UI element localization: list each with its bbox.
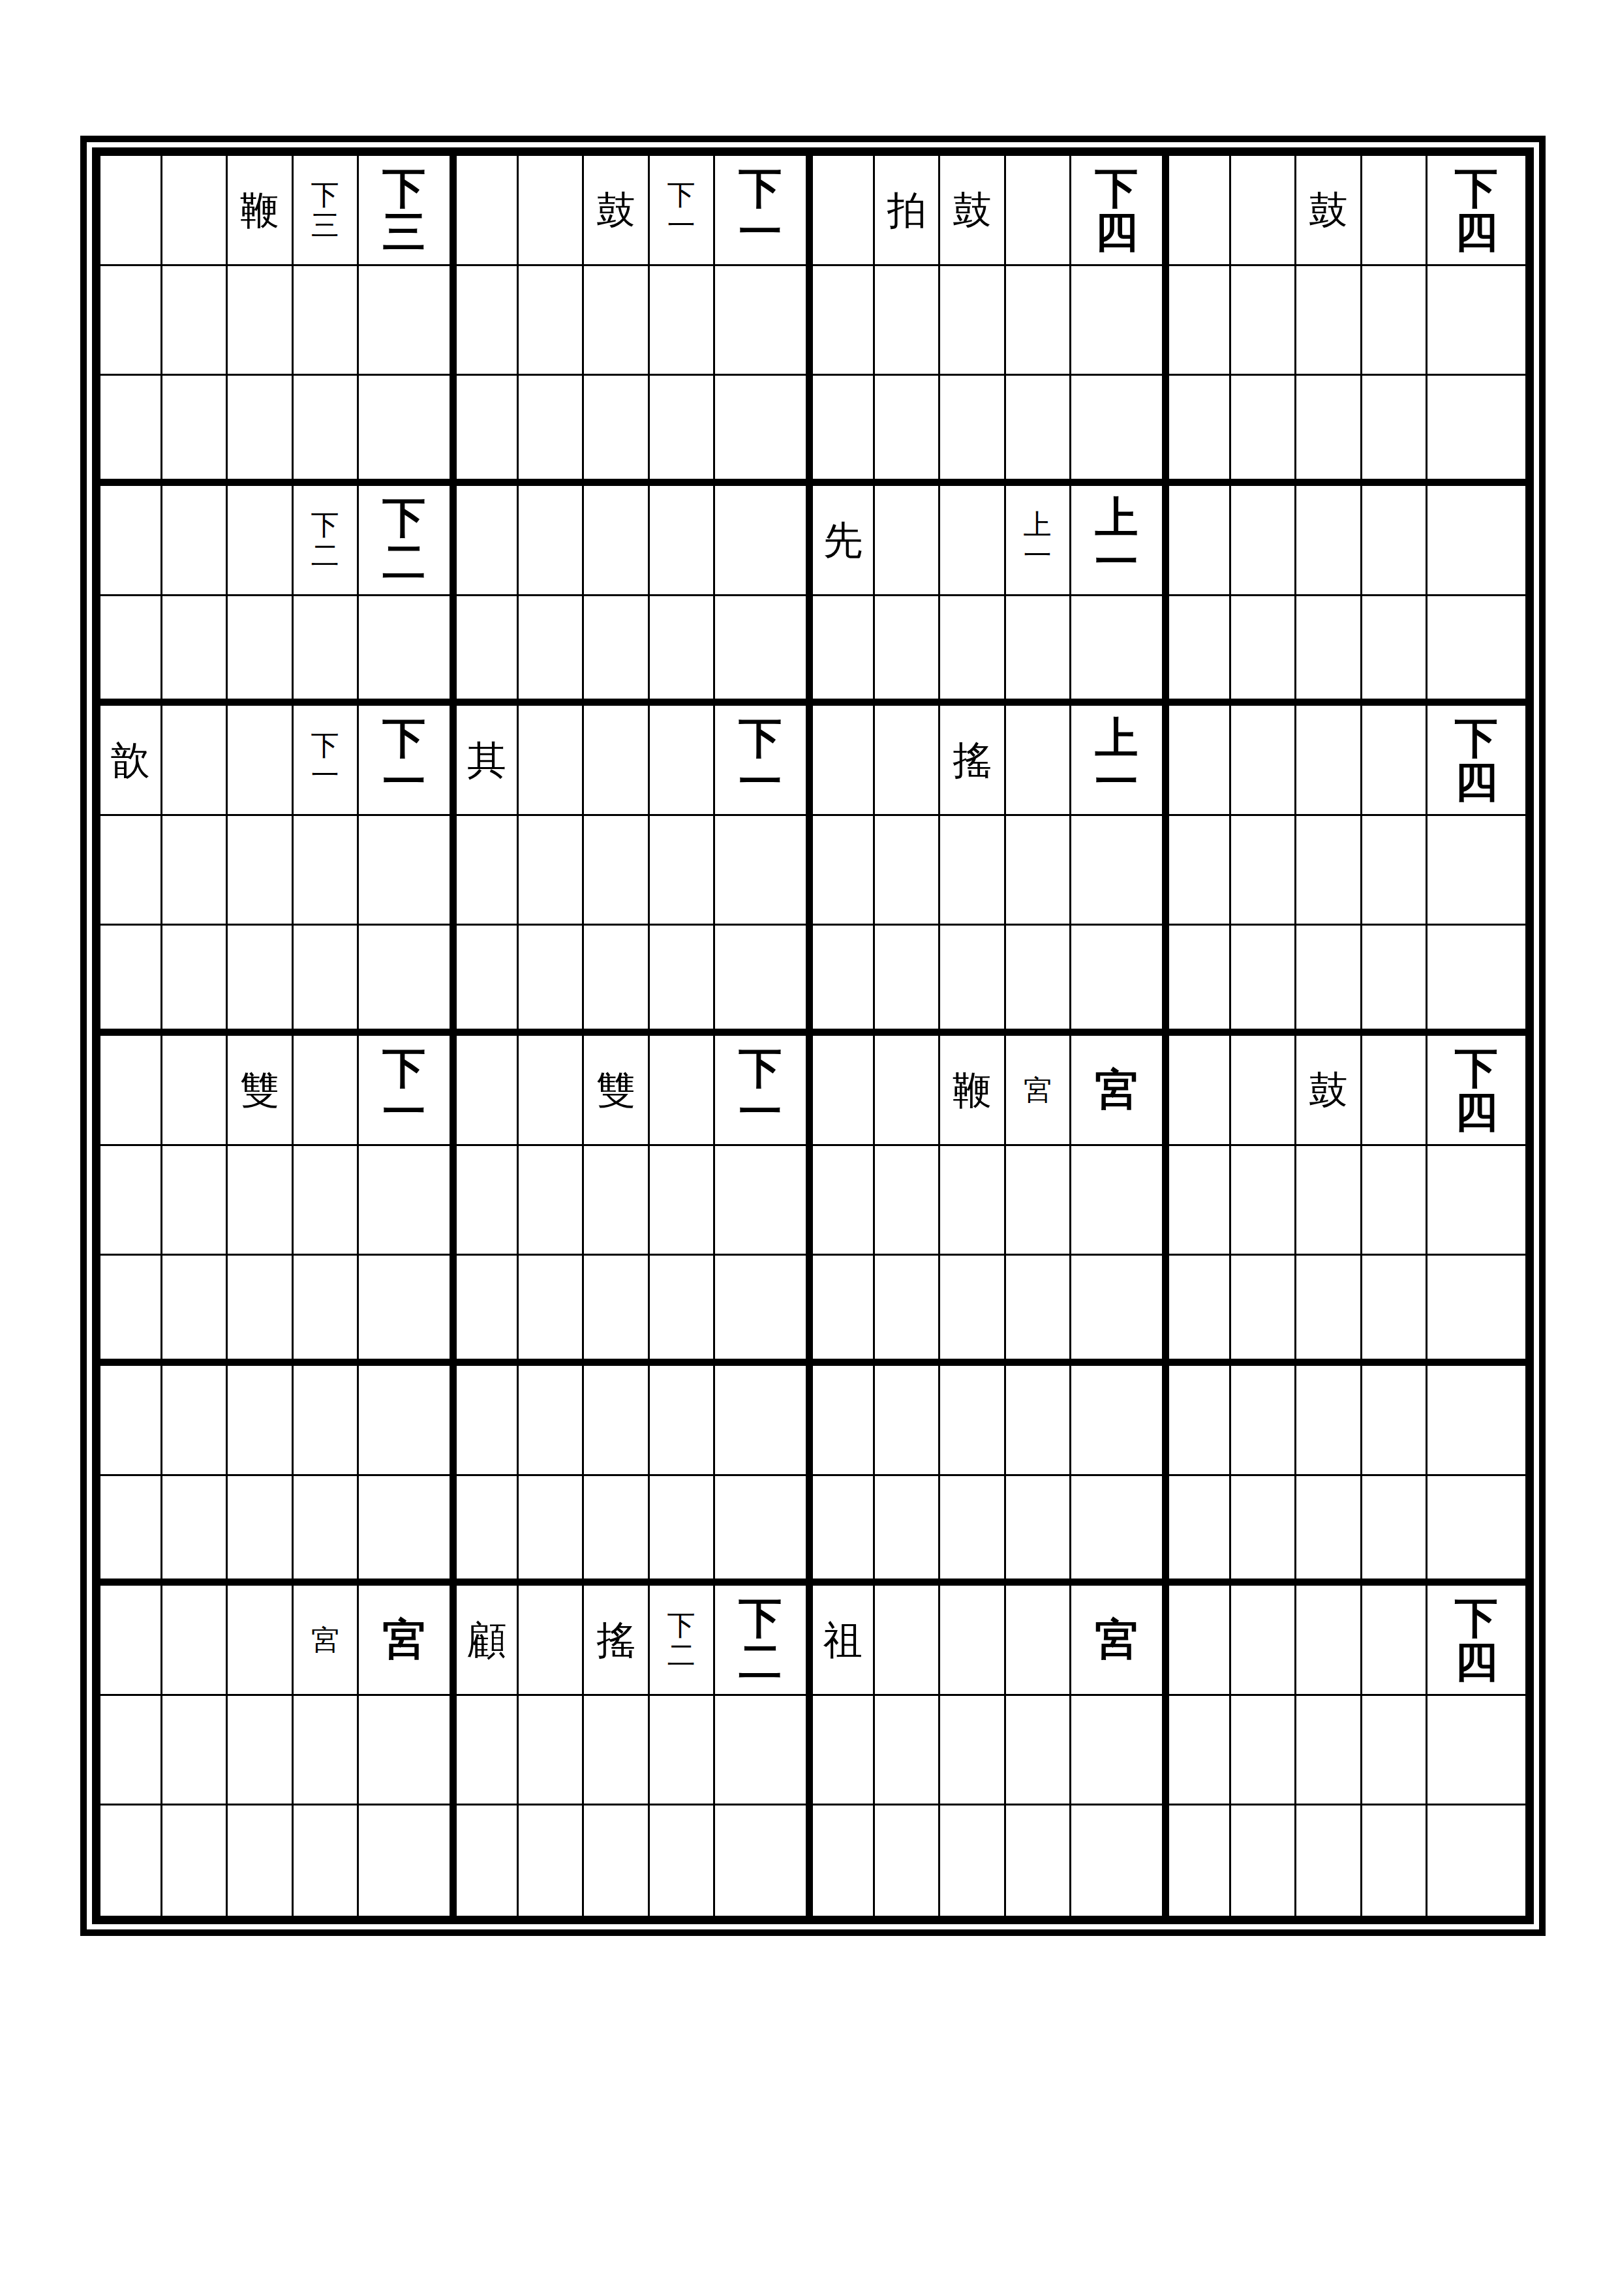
lyric-glyph: 雙: [596, 1070, 635, 1110]
jeonggan-cell: [1231, 486, 1296, 596]
jeonggan-cell: [1071, 596, 1169, 706]
jeonggan-cell: [584, 1696, 649, 1806]
jeonggan-cell: [650, 1696, 715, 1806]
jeonggan-cell: 下一: [359, 1036, 457, 1146]
score-character: 雙: [596, 1070, 635, 1110]
jeonggan-cell: [162, 1366, 228, 1476]
jeonggan-cell: [650, 596, 715, 706]
jeonggan-cell: [1231, 706, 1296, 816]
jeonggan-cell: [294, 1476, 359, 1586]
jeonggan-cell: [1362, 926, 1427, 1036]
jeonggan-cell: [940, 1586, 1005, 1696]
jeonggan-cell: [519, 266, 584, 376]
jeonggan-cell: 下一: [294, 706, 359, 816]
jeonggan-cell: 宮: [359, 1586, 457, 1696]
jeonggan-cell: [228, 1256, 293, 1366]
lyric-glyph: 其: [467, 740, 506, 779]
jeonggan-cell: [162, 1256, 228, 1366]
main-pitch-glyph: 下一: [382, 716, 425, 804]
jeonggan-cell: [457, 486, 519, 596]
jeonggan-cell: [813, 266, 875, 376]
jeonggan-cell: 下四: [1071, 156, 1169, 266]
jeonggan-cell: [457, 1696, 519, 1806]
jeonggan-cell: [1427, 1366, 1525, 1476]
score-character: 一: [311, 760, 339, 790]
jeonggan-cell: [1169, 1256, 1231, 1366]
score-character: 下: [1455, 1046, 1498, 1090]
jeonggan-cell: [1231, 1366, 1296, 1476]
score-character: 下: [1095, 166, 1138, 210]
score-character: 一: [739, 760, 782, 804]
lyric-glyph: 鼓: [953, 190, 992, 230]
jeonggan-cell: [359, 926, 457, 1036]
jeonggan-cell: 鞭: [228, 156, 293, 266]
score-character: 搖: [596, 1620, 635, 1659]
jeonggan-cell: [1006, 1586, 1071, 1696]
jeonggan-cell: [1362, 1805, 1427, 1916]
jeonggan-cell: [1362, 1366, 1427, 1476]
jeonggan-cell: [100, 926, 162, 1036]
jeonggan-cell: [1427, 1256, 1525, 1366]
jeonggan-cell: [294, 1146, 359, 1256]
jeonggan-cell: 祖: [813, 1586, 875, 1696]
jeonggan-cell: 下一: [715, 1036, 813, 1146]
lyric-glyph: 雙: [240, 1070, 279, 1110]
jeonggan-cell: [940, 596, 1005, 706]
main-pitch-glyph: 下一: [382, 1046, 425, 1134]
jeonggan-cell: [1071, 1256, 1169, 1366]
jeonggan-cell: [584, 376, 649, 486]
score-character: 下: [739, 166, 782, 210]
score-character: 下: [1455, 716, 1498, 760]
jeonggan-cell: [1231, 1805, 1296, 1916]
jeonggan-cell: [650, 1256, 715, 1366]
jeonggan-cell: [294, 926, 359, 1036]
jeonggan-cell: [457, 816, 519, 926]
jeonggan-cell: [1231, 1696, 1296, 1806]
jeonggan-cell: [457, 156, 519, 266]
jeonggan-cell: [875, 1696, 940, 1806]
jeonggan-cell: [1071, 1366, 1169, 1476]
jeonggan-cell: [584, 596, 649, 706]
jeonggan-cell: [1427, 266, 1525, 376]
jeonggan-cell: [1006, 926, 1071, 1036]
jeonggan-cell: [294, 1036, 359, 1146]
small-pitch-glyph: 宮: [311, 1625, 339, 1655]
lyric-glyph: 鼓: [1309, 190, 1348, 230]
jeonggan-cell: [1362, 376, 1427, 486]
score-character: 祖: [823, 1620, 862, 1659]
jeonggan-cell: 下一: [650, 156, 715, 266]
jeonggan-cell: [875, 1036, 940, 1146]
score-character: 歆: [111, 740, 150, 779]
jeonggan-cell: [650, 376, 715, 486]
score-character: 上: [1095, 716, 1138, 760]
jeonggan-cell: [359, 266, 457, 376]
jeonggan-cell: [228, 1696, 293, 1806]
jeonggan-cell: [650, 1036, 715, 1146]
jeonggan-cell: [1071, 1805, 1169, 1916]
jeonggan-cell: [715, 1696, 813, 1806]
jeonggan-cell: 宮: [1071, 1036, 1169, 1146]
lyric-glyph: 鼓: [596, 190, 635, 230]
jeonggan-cell: 歆: [100, 706, 162, 816]
jeonggan-cell: [100, 1366, 162, 1476]
jeonggan-cell: [813, 596, 875, 706]
jeonggan-cell: 鼓: [1296, 1036, 1362, 1146]
jeonggan-cell: [584, 1366, 649, 1476]
score-character: 拍: [887, 190, 926, 230]
jeonggan-cell: [519, 376, 584, 486]
jeonggan-cell: [1231, 1476, 1296, 1586]
jeonggan-cell: [1231, 926, 1296, 1036]
jeonggan-cell: [1362, 1036, 1427, 1146]
jeonggan-cell: [584, 1256, 649, 1366]
jeonggan-cell: 其: [457, 706, 519, 816]
score-character: 一: [667, 210, 695, 240]
jeonggan-cell: [813, 156, 875, 266]
main-pitch-glyph: 上一: [1095, 496, 1138, 584]
jeonggan-cell: [875, 1256, 940, 1366]
jeonggan-cell: [1362, 1586, 1427, 1696]
lyric-glyph: 搖: [596, 1620, 635, 1659]
jeonggan-cell: [519, 1476, 584, 1586]
lyric-glyph: 顧: [467, 1620, 506, 1659]
jeonggan-cell: [813, 1146, 875, 1256]
jeonggan-cell: [1231, 1256, 1296, 1366]
jeonggan-cell: [100, 156, 162, 266]
jeonggan-cell: [875, 1366, 940, 1476]
jeonggan-cell: [1006, 266, 1071, 376]
small-pitch-glyph: 宮: [1024, 1075, 1052, 1105]
score-character: 上: [1024, 509, 1052, 539]
main-pitch-glyph: 下四: [1455, 1046, 1498, 1134]
jeonggan-cell: [1169, 596, 1231, 706]
jeonggan-cell: 下三: [359, 156, 457, 266]
jeonggan-cell: [650, 706, 715, 816]
jeonggan-cell: [875, 1146, 940, 1256]
jeonggan-cell: [715, 266, 813, 376]
main-pitch-glyph: 下四: [1455, 1596, 1498, 1684]
score-character: 宮: [1095, 1068, 1138, 1111]
jeonggan-cell: [1362, 706, 1427, 816]
main-pitch-glyph: 下四: [1455, 716, 1498, 804]
jeonggan-cell: [519, 926, 584, 1036]
jeonggan-cell: [294, 1696, 359, 1806]
jeonggan-cell: 下一: [715, 156, 813, 266]
jeonggan-cell: 下二: [650, 1586, 715, 1696]
jeonggan-cell: [1169, 1476, 1231, 1586]
jeonggan-cell: [650, 926, 715, 1036]
jeonggan-cell: [1362, 156, 1427, 266]
jeonggan-cell: [359, 1146, 457, 1256]
jeonggan-cell: [519, 1805, 584, 1916]
jeonggan-cell: [519, 1366, 584, 1476]
jeonggan-cell: [100, 1805, 162, 1916]
jeonggan-cell: 顧: [457, 1586, 519, 1696]
jeonggan-cell: [162, 816, 228, 926]
jeonggan-cell: 上一: [1071, 706, 1169, 816]
jeonggan-cell: [1296, 1146, 1362, 1256]
jeonggan-cell: [359, 596, 457, 706]
jeonggan-cell: 宮: [1071, 1586, 1169, 1696]
score-character: 一: [1095, 760, 1138, 804]
score-character: 鞭: [240, 190, 279, 230]
small-pitch-glyph: 上一: [1024, 509, 1052, 570]
lyric-glyph: 歆: [111, 740, 150, 779]
main-pitch-glyph: 下二: [382, 496, 425, 584]
jeonggan-cell: [1071, 1146, 1169, 1256]
score-character: 三: [382, 210, 425, 254]
jeonggan-cell: [1169, 706, 1231, 816]
jeonggan-cell: [228, 266, 293, 376]
jeonggan-cell: [584, 1476, 649, 1586]
jeonggan-cell: 鼓: [940, 156, 1005, 266]
score-character: 下: [667, 1610, 695, 1640]
jeonggan-cell: [294, 376, 359, 486]
main-pitch-glyph: 下一: [739, 1046, 782, 1134]
jeonggan-cell: [1296, 1476, 1362, 1586]
jeonggan-cell: [359, 1805, 457, 1916]
jeonggan-cell: [1071, 926, 1169, 1036]
jeonggan-cell: [100, 1036, 162, 1146]
score-character: 下: [1455, 166, 1498, 210]
jeonggan-cell: [650, 1805, 715, 1916]
jeonggan-cell: [940, 376, 1005, 486]
jeonggan-cell: [294, 1256, 359, 1366]
jeonggan-cell: [1427, 1146, 1525, 1256]
jeonggan-cell: [294, 266, 359, 376]
jeonggan-cell: [162, 1696, 228, 1806]
jeonggan-cell: [715, 596, 813, 706]
jeonggan-cell: [1169, 266, 1231, 376]
main-pitch-glyph: 下三: [382, 166, 425, 254]
jeonggan-cell: [875, 1586, 940, 1696]
jeonggan-cell: [359, 816, 457, 926]
jeonggan-cell: [650, 816, 715, 926]
jeonggan-cell: [100, 266, 162, 376]
score-character: 四: [1455, 760, 1498, 804]
jeonggan-cell: [519, 486, 584, 596]
score-character: 鼓: [596, 190, 635, 230]
jeonggan-cell: [1231, 596, 1296, 706]
jeonggan-cell: [715, 486, 813, 596]
small-pitch-glyph: 下三: [311, 179, 339, 240]
jeonggan-cell: [1362, 816, 1427, 926]
jeonggan-cell: [162, 596, 228, 706]
score-character: 四: [1455, 1090, 1498, 1134]
jeonggan-cell: [584, 486, 649, 596]
jeonggan-cell: [875, 1805, 940, 1916]
jeonggan-cell: 下四: [1427, 156, 1525, 266]
jeonggan-cell: [359, 1476, 457, 1586]
score-character: 下: [382, 1046, 425, 1090]
jeonggan-cell: [1231, 816, 1296, 926]
jeonggan-cell: [228, 1366, 293, 1476]
jeonggan-cell: [875, 486, 940, 596]
score-character: 二: [739, 1640, 782, 1684]
jeonggan-cell: [1427, 1476, 1525, 1586]
jeonggan-cell: [228, 1146, 293, 1256]
jeonggan-cell: [228, 706, 293, 816]
jeonggan-cell: [457, 1366, 519, 1476]
jeonggan-cell: [457, 596, 519, 706]
jeonggan-cell: [519, 816, 584, 926]
jeonggan-cell: 雙: [584, 1036, 649, 1146]
jeonggan-cell: [1427, 926, 1525, 1036]
main-pitch-glyph: 下四: [1095, 166, 1138, 254]
jeonggan-cell: 先: [813, 486, 875, 596]
jeonggan-cell: [875, 1476, 940, 1586]
jeonggan-cell: [457, 1476, 519, 1586]
jeonggan-cell: [584, 1146, 649, 1256]
jeonggan-cell: [813, 1476, 875, 1586]
jeonggan-cell: [584, 706, 649, 816]
jeonggan-cell: [162, 266, 228, 376]
jeonggan-cell: [1169, 1696, 1231, 1806]
jeonggan-cell: [1362, 1476, 1427, 1586]
jeonggan-cell: [519, 156, 584, 266]
jeonggan-cell: [457, 926, 519, 1036]
jeonggan-cell: [813, 1366, 875, 1476]
jeonggan-cell: [1169, 816, 1231, 926]
jeonggan-cell: [100, 376, 162, 486]
jeonggan-cell: [100, 1586, 162, 1696]
jeonggan-cell: [1427, 486, 1525, 596]
jeonggan-cell: 搖: [584, 1586, 649, 1696]
jeonggan-cell: [359, 1256, 457, 1366]
jeonggan-cell: [1427, 596, 1525, 706]
score-character: 一: [739, 1090, 782, 1134]
score-character: 上: [1095, 496, 1138, 539]
jeonggan-cell: [359, 376, 457, 486]
jeonggan-cell: [1169, 1586, 1231, 1696]
jeonggan-cell: [1006, 596, 1071, 706]
jeonggan-cell: 下三: [294, 156, 359, 266]
jeonggan-cell: [100, 1696, 162, 1806]
jeonggan-cell: [875, 266, 940, 376]
jeonggan-cell: [1169, 926, 1231, 1036]
score-character: 其: [467, 740, 506, 779]
jeonggan-cell: 拍: [875, 156, 940, 266]
jeonggan-cell: 搖: [940, 706, 1005, 816]
jeonggan-cell: [715, 1476, 813, 1586]
jeonggan-cell: [875, 926, 940, 1036]
score-inner-frame: 鞭下三下三鼓下一下一拍鼓下四鼓下四下二下二先上一上一歆下一下一其下一搖上一下四雙…: [92, 147, 1534, 1924]
score-character: 下: [1455, 1596, 1498, 1640]
small-pitch-glyph: 下一: [667, 179, 695, 240]
jeonggan-cell: [1006, 706, 1071, 816]
score-character: 鼓: [1309, 190, 1348, 230]
jeonggan-cell: [457, 266, 519, 376]
score-character: 下: [739, 1596, 782, 1640]
score-character: 一: [1095, 540, 1138, 584]
jeonggan-cell: [1169, 1146, 1231, 1256]
jeonggan-cell: [650, 1146, 715, 1256]
jeonggan-cell: [940, 1805, 1005, 1916]
jeonggan-cell: [1427, 376, 1525, 486]
jeonggan-cell: [162, 926, 228, 1036]
main-pitch-glyph: 上一: [1095, 716, 1138, 804]
main-pitch-glyph: 宮: [382, 1618, 425, 1661]
score-character: 四: [1455, 1640, 1498, 1684]
jeonggan-cell: [813, 816, 875, 926]
jeonggan-cell: [519, 706, 584, 816]
jeonggan-cell: [294, 1805, 359, 1916]
jeonggan-cell: [584, 1805, 649, 1916]
jeonggan-cell: [1006, 1805, 1071, 1916]
jeonggan-cell: [650, 266, 715, 376]
jeonggan-cell: [1071, 816, 1169, 926]
jeonggan-cell: [162, 706, 228, 816]
jeonggan-cell: [940, 926, 1005, 1036]
jeonggan-cell: [813, 376, 875, 486]
score-character: 一: [739, 210, 782, 254]
jeonggan-cell: [1296, 596, 1362, 706]
jeonggan-cell: [1169, 1036, 1231, 1146]
jeonggan-cell: [162, 1146, 228, 1256]
score-character: 先: [823, 521, 862, 560]
jeonggan-cell: [1362, 596, 1427, 706]
jeonggan-cell: [457, 376, 519, 486]
jeonggan-cell: [715, 1366, 813, 1476]
jeonggan-cell: [519, 1256, 584, 1366]
jeonggan-cell: [875, 596, 940, 706]
jeonggan-cell: [294, 596, 359, 706]
jeonggan-cell: [1006, 376, 1071, 486]
jeonggan-cell: [940, 266, 1005, 376]
jeonggan-cell: 下二: [294, 486, 359, 596]
score-character: 下: [311, 730, 339, 760]
jeonggan-cell: [715, 926, 813, 1036]
jeonggan-cell: [650, 1366, 715, 1476]
lyric-glyph: 鞭: [240, 190, 279, 230]
jeonggan-cell: [813, 1805, 875, 1916]
jeonggan-cell: [1362, 486, 1427, 596]
lyric-glyph: 先: [823, 521, 862, 560]
jeonggan-cell: [813, 926, 875, 1036]
score-character: 雙: [240, 1070, 279, 1110]
score-character: 鼓: [1309, 1070, 1348, 1110]
jeonggan-cell: [1296, 926, 1362, 1036]
score-character: 宮: [1095, 1618, 1138, 1661]
jeonggan-cell: 下一: [359, 706, 457, 816]
jeonggan-cell: [228, 376, 293, 486]
jeonggan-cell: [457, 1256, 519, 1366]
jeonggan-cell: 雙: [228, 1036, 293, 1146]
score-character: 一: [382, 1090, 425, 1134]
jeonggan-cell: [1296, 1696, 1362, 1806]
jeonggan-cell: [715, 1146, 813, 1256]
jeonggan-cell: [1231, 1036, 1296, 1146]
jeonggan-cell: 鞭: [940, 1036, 1005, 1146]
lyric-glyph: 祖: [823, 1620, 862, 1659]
jeonggan-cell: [1071, 1476, 1169, 1586]
jeonggan-cell: 下一: [715, 706, 813, 816]
jeonggan-cell: [1362, 1256, 1427, 1366]
jeonggan-cell: [584, 266, 649, 376]
score-character: 一: [1024, 540, 1052, 570]
jeonggan-cell: [940, 1696, 1005, 1806]
jeonggan-cell: [1169, 1805, 1231, 1916]
jeonggan-cell: [162, 1586, 228, 1696]
jeonggan-cell: [228, 1586, 293, 1696]
jeonggan-cell: [940, 486, 1005, 596]
jeonggan-cell: [162, 1476, 228, 1586]
jeonggan-cell: 鼓: [584, 156, 649, 266]
jeonggan-cell: [875, 376, 940, 486]
score-character: 下: [311, 509, 339, 539]
